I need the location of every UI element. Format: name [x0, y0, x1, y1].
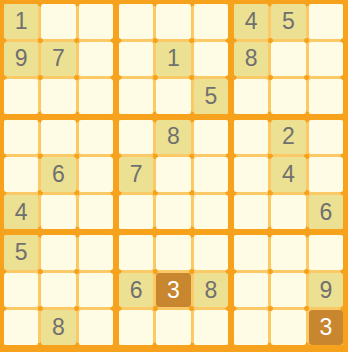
cell-r7c1[interactable]: 5: [4, 235, 38, 270]
cell-r6c7[interactable]: [234, 195, 268, 230]
cell-r8c3[interactable]: [79, 273, 113, 308]
cell-r7c6[interactable]: [194, 235, 228, 270]
cell-r5c7[interactable]: [234, 157, 268, 192]
cell-r4c9[interactable]: [309, 120, 343, 155]
cell-r9c2[interactable]: 8: [41, 310, 75, 345]
cell-r7c2[interactable]: [41, 235, 75, 270]
cell-r6c8[interactable]: [271, 195, 305, 230]
box-1-3: 458: [234, 4, 343, 114]
box-3-3: 93: [234, 235, 343, 345]
cell-r5c4[interactable]: 7: [119, 157, 153, 192]
cell-r6c3[interactable]: [79, 195, 113, 230]
cell-r8c2[interactable]: [41, 273, 75, 308]
cell-r8c9[interactable]: 9: [309, 273, 343, 308]
cell-r8c6[interactable]: 8: [194, 273, 228, 308]
cell-r3c1[interactable]: [4, 79, 38, 114]
cell-r5c3[interactable]: [79, 157, 113, 192]
cell-r9c6[interactable]: [194, 310, 228, 345]
cell-r7c4[interactable]: [119, 235, 153, 270]
cell-r2c2[interactable]: 7: [41, 42, 75, 77]
cell-r3c2[interactable]: [41, 79, 75, 114]
cell-r6c4[interactable]: [119, 195, 153, 230]
cell-r7c3[interactable]: [79, 235, 113, 270]
box-3-2: 638: [119, 235, 228, 345]
cell-r9c1[interactable]: [4, 310, 38, 345]
cell-r7c8[interactable]: [271, 235, 305, 270]
cell-r4c7[interactable]: [234, 120, 268, 155]
cell-r3c8[interactable]: [271, 79, 305, 114]
cell-r2c1[interactable]: 9: [4, 42, 38, 77]
cell-r9c9[interactable]: 3: [309, 310, 343, 345]
cell-r1c7[interactable]: 4: [234, 4, 268, 39]
cell-r7c7[interactable]: [234, 235, 268, 270]
cell-r4c6[interactable]: [194, 120, 228, 155]
cell-r6c6[interactable]: [194, 195, 228, 230]
box-2-2: 87: [119, 120, 228, 230]
cell-r6c1[interactable]: 4: [4, 195, 38, 230]
cell-r8c4[interactable]: 6: [119, 273, 153, 308]
cell-r1c5[interactable]: [156, 4, 190, 39]
cell-r3c6[interactable]: 5: [194, 79, 228, 114]
cell-r1c1[interactable]: 1: [4, 4, 38, 39]
cell-r4c3[interactable]: [79, 120, 113, 155]
box-3-1: 58: [4, 235, 113, 345]
cell-r9c8[interactable]: [271, 310, 305, 345]
cell-r2c3[interactable]: [79, 42, 113, 77]
cell-r1c2[interactable]: [41, 4, 75, 39]
sudoku-board: 1971545864872465863893: [0, 0, 348, 352]
cell-r2c5[interactable]: 1: [156, 42, 190, 77]
box-1-1: 197: [4, 4, 113, 114]
cell-r8c7[interactable]: [234, 273, 268, 308]
box-2-3: 246: [234, 120, 343, 230]
cell-r5c2[interactable]: 6: [41, 157, 75, 192]
cell-r9c3[interactable]: [79, 310, 113, 345]
cell-r3c3[interactable]: [79, 79, 113, 114]
cell-r6c2[interactable]: [41, 195, 75, 230]
cell-r1c8[interactable]: 5: [271, 4, 305, 39]
cell-r5c1[interactable]: [4, 157, 38, 192]
cell-r4c5[interactable]: 8: [156, 120, 190, 155]
cell-r5c5[interactable]: [156, 157, 190, 192]
cell-r6c5[interactable]: [156, 195, 190, 230]
cell-r5c6[interactable]: [194, 157, 228, 192]
cell-r5c8[interactable]: 4: [271, 157, 305, 192]
cell-r4c4[interactable]: [119, 120, 153, 155]
cell-r1c4[interactable]: [119, 4, 153, 39]
cell-r3c7[interactable]: [234, 79, 268, 114]
cell-r7c5[interactable]: [156, 235, 190, 270]
box-2-1: 64: [4, 120, 113, 230]
box-1-2: 15: [119, 4, 228, 114]
cell-r2c8[interactable]: [271, 42, 305, 77]
cell-r3c5[interactable]: [156, 79, 190, 114]
cell-r4c1[interactable]: [4, 120, 38, 155]
cell-r8c5[interactable]: 3: [156, 273, 190, 308]
cell-r1c9[interactable]: [309, 4, 343, 39]
cell-r9c4[interactable]: [119, 310, 153, 345]
cell-r2c7[interactable]: 8: [234, 42, 268, 77]
cell-r1c3[interactable]: [79, 4, 113, 39]
cell-r5c9[interactable]: [309, 157, 343, 192]
cell-r3c9[interactable]: [309, 79, 343, 114]
cell-r8c8[interactable]: [271, 273, 305, 308]
cell-r9c7[interactable]: [234, 310, 268, 345]
cell-r4c2[interactable]: [41, 120, 75, 155]
cell-r6c9[interactable]: 6: [309, 195, 343, 230]
cell-r9c5[interactable]: [156, 310, 190, 345]
cell-r7c9[interactable]: [309, 235, 343, 270]
cell-r2c9[interactable]: [309, 42, 343, 77]
cell-r2c4[interactable]: [119, 42, 153, 77]
cell-r8c1[interactable]: [4, 273, 38, 308]
cell-r4c8[interactable]: 2: [271, 120, 305, 155]
cell-r1c6[interactable]: [194, 4, 228, 39]
cell-r3c4[interactable]: [119, 79, 153, 114]
cell-r2c6[interactable]: [194, 42, 228, 77]
